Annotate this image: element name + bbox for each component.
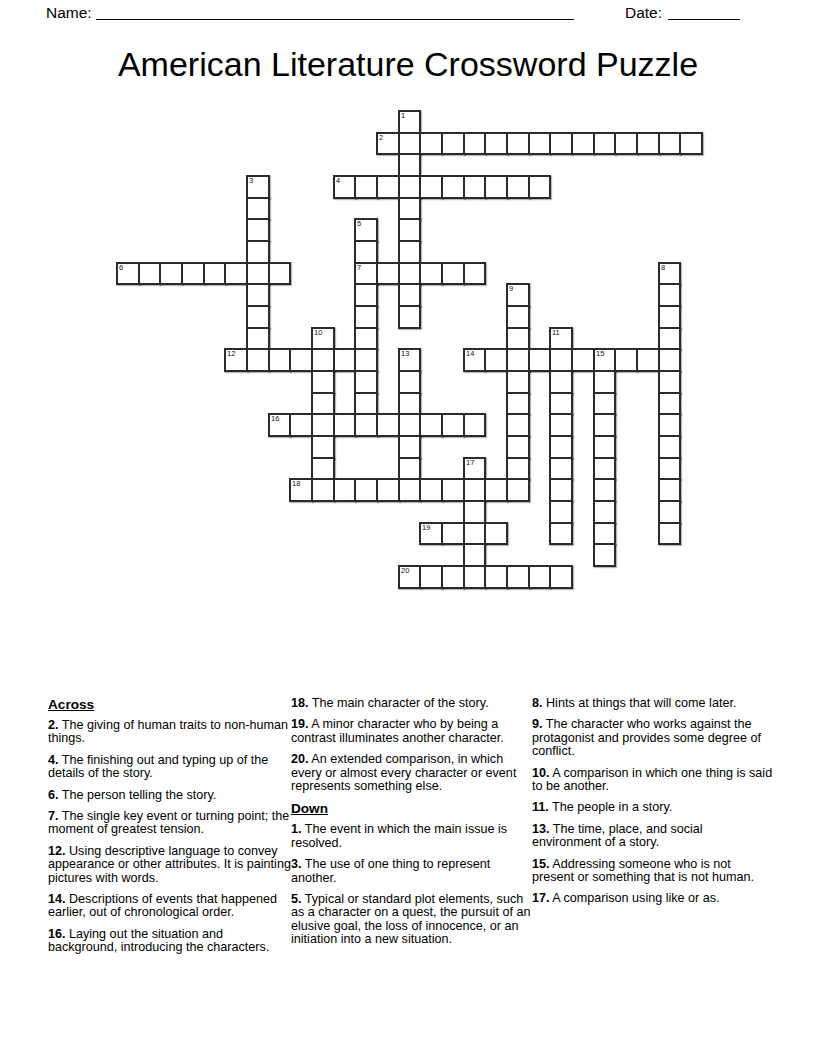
clue-column-2: 18. The main character of the story.19. … (291, 697, 536, 955)
grid-cell-r14c7[interactable]: 16 (268, 413, 291, 437)
clue-down-8: 8. Hints at things that will come later. (532, 697, 774, 710)
grid-cell-r19c16[interactable] (463, 522, 486, 545)
clue-number: 20. (291, 752, 309, 766)
grid-cell-r7c3[interactable] (181, 262, 205, 285)
grid-cell-r3c16[interactable] (463, 175, 486, 199)
grid-cell-r15c13[interactable] (398, 435, 421, 459)
grid-cell-r7c7[interactable] (268, 262, 291, 285)
cell-number: 20 (401, 566, 409, 575)
grid-cell-r9c11[interactable] (354, 305, 378, 329)
grid-cell-r14c16[interactable] (463, 413, 486, 437)
grid-cell-r12c9[interactable] (311, 370, 335, 394)
grid-cell-r18c20[interactable] (549, 500, 573, 524)
grid-cell-r7c12[interactable] (376, 262, 400, 285)
grid-cell-r16c9[interactable] (311, 457, 335, 480)
grid-cell-r1c24[interactable] (636, 132, 660, 155)
grid-cell-r19c20[interactable] (549, 522, 573, 545)
grid-cell-r13c13[interactable] (398, 392, 421, 415)
grid-cell-r15c20[interactable] (549, 435, 573, 459)
crossword-grid: 1234567891011121314151617181920 (116, 110, 702, 588)
grid-cell-r15c18[interactable] (506, 435, 530, 459)
clue-number: 12. (48, 844, 66, 858)
grid-cell-r7c25[interactable]: 8 (658, 262, 681, 285)
cell-number: 8 (661, 263, 665, 272)
clue-column-1: Across2. The giving of human traits to n… (48, 697, 292, 963)
grid-cell-r5c11[interactable]: 5 (354, 218, 378, 242)
grid-cell-r13c25[interactable] (658, 392, 681, 415)
clue-number: 10. (532, 766, 550, 780)
grid-cell-r11c25[interactable] (658, 348, 681, 372)
cell-number: 7 (357, 263, 361, 272)
cell-number: 1 (401, 111, 405, 120)
grid-cell-r7c13[interactable] (398, 262, 421, 285)
grid-cell-r14c14[interactable] (419, 413, 443, 437)
clue-number: 17. (532, 891, 550, 905)
cell-number: 11 (552, 328, 560, 337)
grid-cell-r10c6[interactable] (246, 327, 270, 350)
cell-number: 15 (596, 349, 604, 358)
grid-cell-r21c13[interactable]: 20 (398, 565, 421, 589)
clue-number: 2. (48, 718, 59, 732)
grid-cell-r19c22[interactable] (593, 522, 616, 545)
grid-cell-r11c19[interactable] (528, 348, 551, 372)
clue-number: 8. (532, 696, 543, 710)
clue-across-7: 7. The single key event or turning point… (48, 810, 292, 837)
grid-cell-r13c20[interactable] (549, 392, 573, 415)
clue-across-2: 2. The giving of human traits to non-hum… (48, 719, 292, 746)
grid-cell-r13c22[interactable] (593, 392, 616, 415)
grid-cell-r8c18[interactable]: 9 (506, 283, 530, 307)
grid-cell-r19c14[interactable]: 19 (419, 522, 443, 545)
grid-cell-r20c22[interactable] (593, 543, 616, 567)
cell-number: 4 (336, 176, 340, 185)
grid-cell-r19c17[interactable] (484, 522, 508, 545)
grid-cell-r1c13[interactable] (398, 132, 421, 155)
grid-cell-r7c1[interactable] (138, 262, 161, 285)
grid-cell-r15c22[interactable] (593, 435, 616, 459)
clue-number: 14. (48, 892, 66, 906)
date-blank-line (668, 19, 740, 20)
grid-cell-r11c5[interactable]: 12 (224, 348, 248, 372)
cell-number: 18 (292, 479, 300, 488)
grid-cell-r18c16[interactable] (463, 500, 486, 524)
grid-cell-r11c16[interactable]: 14 (463, 348, 486, 372)
grid-cell-r7c0[interactable]: 6 (116, 262, 140, 285)
grid-cell-r6c11[interactable] (354, 240, 378, 264)
page-title: American Literature Crossword Puzzle (0, 45, 816, 84)
grid-cell-r7c4[interactable] (203, 262, 226, 285)
clue-number: 11. (532, 800, 549, 814)
grid-cell-r13c11[interactable] (354, 392, 378, 415)
grid-cell-r14c22[interactable] (593, 413, 616, 437)
grid-cell-r17c12[interactable] (376, 478, 400, 502)
grid-cell-r15c9[interactable] (311, 435, 335, 459)
grid-cell-r1c21[interactable] (571, 132, 595, 155)
grid-cell-r3c19[interactable] (528, 175, 551, 199)
grid-cell-r10c9[interactable]: 10 (311, 327, 335, 350)
grid-cell-r20c16[interactable] (463, 543, 486, 567)
grid-cell-r1c15[interactable] (441, 132, 465, 155)
name-label: Name: (46, 4, 92, 22)
clue-across-19: 19. A minor character who by being a con… (291, 718, 536, 745)
cell-number: 3 (249, 176, 253, 185)
grid-cell-r1c25[interactable] (658, 132, 681, 155)
grid-cell-r15c25[interactable] (658, 435, 681, 459)
grid-cell-r8c13[interactable] (398, 283, 421, 307)
grid-cell-r14c25[interactable] (658, 413, 681, 437)
clue-across-6: 6. The person telling the story. (48, 789, 292, 802)
cell-number: 5 (357, 219, 361, 228)
grid-cell-r21c18[interactable] (506, 565, 530, 589)
clue-down-10: 10. A comparison in which one thing is s… (532, 767, 774, 794)
grid-cell-r3c12[interactable] (376, 175, 400, 199)
grid-cell-r3c10[interactable]: 4 (333, 175, 356, 199)
cell-number: 17 (466, 458, 474, 467)
grid-cell-r17c18[interactable] (506, 478, 530, 502)
grid-cell-r11c8[interactable] (289, 348, 313, 372)
grid-cell-r14c20[interactable] (549, 413, 573, 437)
grid-cell-r19c15[interactable] (441, 522, 465, 545)
clue-number: 6. (48, 788, 59, 802)
clue-down-11: 11. The people in a story. (532, 801, 774, 814)
grid-cell-r3c6[interactable]: 3 (246, 175, 270, 199)
name-blank-line (96, 19, 574, 20)
cell-number: 14 (466, 349, 474, 358)
grid-cell-r2c13[interactable] (398, 153, 421, 177)
grid-cell-r17c22[interactable] (593, 478, 616, 502)
grid-cell-r18c22[interactable] (593, 500, 616, 524)
grid-cell-r3c14[interactable] (419, 175, 443, 199)
clue-across-20: 20. An extended comparison, in which eve… (291, 753, 536, 793)
grid-cell-r3c18[interactable] (506, 175, 530, 199)
grid-cell-r5c13[interactable] (398, 218, 421, 242)
date-label: Date: (625, 4, 662, 22)
grid-cell-r13c9[interactable] (311, 392, 335, 415)
grid-cell-r4c13[interactable] (398, 197, 421, 220)
grid-cell-r1c17[interactable] (484, 132, 508, 155)
grid-cell-r11c22[interactable]: 15 (593, 348, 616, 372)
grid-cell-r17c10[interactable] (333, 478, 356, 502)
grid-cell-r7c16[interactable] (463, 262, 486, 285)
grid-cell-r17c13[interactable] (398, 478, 421, 502)
grid-cell-r0c13[interactable]: 1 (398, 110, 421, 134)
grid-cell-r11c11[interactable] (354, 348, 378, 372)
grid-cell-r16c22[interactable] (593, 457, 616, 480)
cell-number: 19 (422, 523, 430, 532)
grid-cell-r3c15[interactable] (441, 175, 465, 199)
grid-cell-r9c13[interactable] (398, 305, 421, 329)
grid-cell-r14c15[interactable] (441, 413, 465, 437)
grid-cell-r3c17[interactable] (484, 175, 508, 199)
clue-down-5: 5. Typical or standard plot elements, su… (291, 893, 536, 947)
grid-cell-r4c6[interactable] (246, 197, 270, 220)
grid-cell-r11c9[interactable] (311, 348, 335, 372)
grid-cell-r1c19[interactable] (528, 132, 551, 155)
grid-cell-r17c11[interactable] (354, 478, 378, 502)
grid-cell-r17c16[interactable] (463, 478, 486, 502)
grid-cell-r14c13[interactable] (398, 413, 421, 437)
grid-cell-r12c18[interactable] (506, 370, 530, 394)
cell-number: 16 (271, 414, 279, 423)
grid-cell-r13c18[interactable] (506, 392, 530, 415)
grid-cell-r14c11[interactable] (354, 413, 378, 437)
clue-across-4: 4. The finishing out and typing up of th… (48, 754, 292, 781)
cell-number: 12 (227, 349, 235, 358)
grid-cell-r7c14[interactable] (419, 262, 443, 285)
down-heading: Down (291, 801, 536, 816)
grid-cell-r1c26[interactable] (679, 132, 703, 155)
grid-cell-r21c17[interactable] (484, 565, 508, 589)
grid-cell-r17c8[interactable]: 18 (289, 478, 313, 502)
clue-number: 15. (532, 857, 550, 871)
grid-cell-r1c16[interactable] (463, 132, 486, 155)
clue-number: 18. (291, 696, 309, 710)
grid-cell-r10c25[interactable] (658, 327, 681, 350)
grid-cell-r11c18[interactable] (506, 348, 530, 372)
grid-cell-r9c25[interactable] (658, 305, 681, 329)
cell-number: 13 (401, 349, 409, 358)
grid-cell-r16c16[interactable]: 17 (463, 457, 486, 480)
grid-cell-r9c18[interactable] (506, 305, 530, 329)
grid-cell-r17c14[interactable] (419, 478, 443, 502)
grid-cell-r11c17[interactable] (484, 348, 508, 372)
grid-cell-r1c14[interactable] (419, 132, 443, 155)
clue-down-9: 9. The character who works against the p… (532, 718, 774, 758)
grid-cell-r11c23[interactable] (614, 348, 638, 372)
clue-down-17: 17. A comparison using like or as. (532, 892, 774, 905)
clue-number: 9. (532, 717, 543, 731)
grid-cell-r10c11[interactable] (354, 327, 378, 350)
clue-number: 16. (48, 927, 66, 941)
grid-cell-r16c20[interactable] (549, 457, 573, 480)
grid-cell-r7c5[interactable] (224, 262, 248, 285)
grid-cell-r11c13[interactable]: 13 (398, 348, 421, 372)
grid-cell-r1c12[interactable]: 2 (376, 132, 400, 155)
grid-cell-r10c18[interactable] (506, 327, 530, 350)
clue-across-18: 18. The main character of the story. (291, 697, 536, 710)
grid-cell-r3c13[interactable] (398, 175, 421, 199)
clue-number: 7. (48, 809, 59, 823)
across-heading: Across (48, 697, 292, 712)
clue-number: 4. (48, 753, 59, 767)
grid-cell-r17c20[interactable] (549, 478, 573, 502)
grid-cell-r17c15[interactable] (441, 478, 465, 502)
clue-number: 13. (532, 822, 550, 836)
grid-cell-r11c24[interactable] (636, 348, 660, 372)
grid-cell-r9c6[interactable] (246, 305, 270, 329)
grid-cell-r10c20[interactable]: 11 (549, 327, 573, 350)
grid-cell-r7c6[interactable] (246, 262, 270, 285)
grid-cell-r14c8[interactable] (289, 413, 313, 437)
grid-cell-r21c16[interactable] (463, 565, 486, 589)
grid-cell-r21c19[interactable] (528, 565, 551, 589)
clue-number: 5. (291, 892, 302, 906)
grid-cell-r12c20[interactable] (549, 370, 573, 394)
grid-cell-r3c11[interactable] (354, 175, 378, 199)
grid-cell-r8c6[interactable] (246, 283, 270, 307)
grid-cell-r16c25[interactable] (658, 457, 681, 480)
grid-cell-r17c9[interactable] (311, 478, 335, 502)
clue-across-12: 12. Using descriptive language to convey… (48, 845, 292, 885)
grid-cell-r16c13[interactable] (398, 457, 421, 480)
grid-cell-r5c6[interactable] (246, 218, 270, 242)
grid-cell-r6c13[interactable] (398, 240, 421, 264)
grid-cell-r7c11[interactable]: 7 (354, 262, 378, 285)
grid-cell-r12c13[interactable] (398, 370, 421, 394)
grid-cell-r1c22[interactable] (593, 132, 616, 155)
grid-cell-r11c21[interactable] (571, 348, 595, 372)
clue-number: 1. (291, 822, 302, 836)
clue-down-1: 1. The event in which the main issue is … (291, 823, 536, 850)
clue-number: 3. (291, 857, 302, 871)
grid-cell-r17c25[interactable] (658, 478, 681, 502)
grid-cell-r11c10[interactable] (333, 348, 356, 372)
grid-cell-r11c7[interactable] (268, 348, 291, 372)
grid-cell-r14c12[interactable] (376, 413, 400, 437)
grid-cell-r21c20[interactable] (549, 565, 573, 589)
grid-cell-r12c25[interactable] (658, 370, 681, 394)
cell-number: 2 (379, 133, 383, 142)
grid-cell-r1c23[interactable] (614, 132, 638, 155)
cell-number: 10 (314, 328, 322, 337)
grid-cell-r7c15[interactable] (441, 262, 465, 285)
grid-cell-r1c20[interactable] (549, 132, 573, 155)
clue-across-16: 16. Laying out the situation and backgro… (48, 928, 292, 955)
clue-down-15: 15. Addressing someone who is not presen… (532, 858, 774, 885)
clue-down-13: 13. The time, place, and social environm… (532, 823, 774, 850)
grid-cell-r17c17[interactable] (484, 478, 508, 502)
grid-cell-r7c2[interactable] (159, 262, 183, 285)
grid-cell-r12c11[interactable] (354, 370, 378, 394)
grid-cell-r11c6[interactable] (246, 348, 270, 372)
clue-down-3: 3. The use of one thing to represent ano… (291, 858, 536, 885)
grid-cell-r16c18[interactable] (506, 457, 530, 480)
clue-column-3: 8. Hints at things that will come later.… (532, 697, 774, 914)
grid-cell-r18c25[interactable] (658, 500, 681, 524)
grid-cell-r1c18[interactable] (506, 132, 530, 155)
clue-number: 19. (291, 717, 309, 731)
grid-cell-r8c11[interactable] (354, 283, 378, 307)
grid-cell-r14c9[interactable] (311, 413, 335, 437)
grid-cell-r19c25[interactable] (658, 522, 681, 545)
clue-across-14: 14. Descriptions of events that happened… (48, 893, 292, 920)
grid-cell-r12c22[interactable] (593, 370, 616, 394)
grid-cell-r14c10[interactable] (333, 413, 356, 437)
cell-number: 9 (509, 284, 513, 293)
grid-cell-r6c6[interactable] (246, 240, 270, 264)
cell-number: 6 (119, 263, 123, 272)
grid-cell-r11c20[interactable] (549, 348, 573, 372)
grid-cell-r14c18[interactable] (506, 413, 530, 437)
grid-cell-r21c14[interactable] (419, 565, 443, 589)
grid-cell-r21c15[interactable] (441, 565, 465, 589)
grid-cell-r8c25[interactable] (658, 283, 681, 307)
